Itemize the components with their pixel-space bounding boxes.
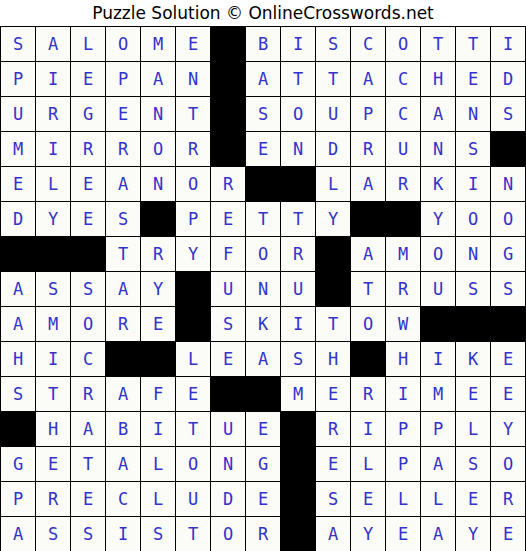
letter-cell: N — [456, 97, 490, 131]
letter-cell: A — [1, 517, 35, 551]
letter-cell: P — [106, 62, 140, 96]
letter-cell: A — [316, 517, 350, 551]
letter-cell: I — [386, 377, 420, 411]
letter-cell: Y — [351, 517, 385, 551]
letter-cell: R — [141, 237, 175, 271]
letter-cell: G — [246, 447, 280, 481]
letter-cell: S — [71, 517, 105, 551]
letter-cell: A — [106, 377, 140, 411]
letter-cell: S — [71, 272, 105, 306]
letter-cell: E — [491, 517, 525, 551]
letter-cell: S — [316, 482, 350, 516]
letter-cell: B — [106, 412, 140, 446]
letter-cell: U — [421, 272, 455, 306]
letter-cell: O — [141, 132, 175, 166]
letter-cell: S — [141, 517, 175, 551]
black-cell — [386, 202, 420, 236]
letter-cell: S — [316, 27, 350, 61]
black-cell — [281, 482, 315, 516]
letter-cell: L — [351, 447, 385, 481]
letter-cell: R — [246, 517, 280, 551]
letter-cell: E — [36, 447, 70, 481]
black-cell — [211, 62, 245, 96]
black-cell — [141, 202, 175, 236]
letter-cell: G — [491, 237, 525, 271]
letter-cell: R — [386, 167, 420, 201]
letter-cell: A — [36, 27, 70, 61]
letter-cell: E — [491, 342, 525, 376]
letter-cell: A — [71, 412, 105, 446]
letter-cell: E — [106, 97, 140, 131]
letter-cell: R — [106, 307, 140, 341]
letter-cell: I — [456, 167, 490, 201]
letter-cell: L — [421, 482, 455, 516]
letter-cell: O — [421, 237, 455, 271]
letter-cell: B — [246, 27, 280, 61]
letter-cell: U — [281, 272, 315, 306]
letter-cell: E — [246, 482, 280, 516]
letter-cell: T — [176, 97, 210, 131]
letter-cell: I — [106, 517, 140, 551]
letter-cell: A — [141, 62, 175, 96]
letter-cell: S — [36, 517, 70, 551]
letter-cell: K — [246, 307, 280, 341]
letter-cell: I — [36, 132, 70, 166]
letter-cell: Y — [456, 517, 490, 551]
letter-cell: N — [281, 132, 315, 166]
black-cell — [211, 132, 245, 166]
letter-cell: T — [176, 412, 210, 446]
letter-cell: I — [421, 342, 455, 376]
letter-cell: R — [386, 272, 420, 306]
letter-cell: R — [491, 482, 525, 516]
black-cell — [106, 342, 140, 376]
letter-cell: T — [281, 202, 315, 236]
letter-cell: T — [456, 27, 490, 61]
letter-cell: S — [456, 272, 490, 306]
letter-cell: N — [456, 237, 490, 271]
letter-cell: O — [351, 307, 385, 341]
letter-cell: E — [71, 167, 105, 201]
black-cell — [456, 307, 490, 341]
letter-cell: D — [491, 62, 525, 96]
page-title: Puzzle Solution © OnlineCrosswords.net — [92, 3, 434, 23]
letter-cell: I — [36, 62, 70, 96]
letter-cell: S — [211, 307, 245, 341]
letter-cell: S — [456, 447, 490, 481]
letter-cell: D — [316, 132, 350, 166]
puzzle-solution-page: Puzzle Solution © OnlineCrosswords.net S… — [0, 0, 526, 551]
letter-cell: U — [211, 272, 245, 306]
letter-cell: I — [281, 307, 315, 341]
letter-cell: R — [316, 412, 350, 446]
black-cell — [316, 237, 350, 271]
letter-cell: O — [456, 202, 490, 236]
letter-cell: L — [176, 342, 210, 376]
letter-cell: A — [351, 167, 385, 201]
letter-cell: E — [176, 27, 210, 61]
letter-cell: O — [491, 202, 525, 236]
letter-cell: L — [141, 447, 175, 481]
letter-cell: R — [211, 167, 245, 201]
letter-cell: O — [176, 447, 210, 481]
letter-cell: M — [141, 27, 175, 61]
letter-cell: O — [491, 447, 525, 481]
letter-cell: E — [456, 377, 490, 411]
letter-cell: Y — [176, 237, 210, 271]
black-cell — [36, 237, 70, 271]
letter-cell: M — [1, 132, 35, 166]
letter-cell: I — [36, 342, 70, 376]
letter-cell: M — [386, 237, 420, 271]
letter-cell: N — [141, 167, 175, 201]
letter-cell: H — [386, 342, 420, 376]
black-cell — [211, 97, 245, 131]
letter-cell: C — [351, 27, 385, 61]
letter-cell: E — [351, 482, 385, 516]
letter-cell: P — [1, 482, 35, 516]
letter-cell: P — [176, 202, 210, 236]
letter-cell: T — [351, 272, 385, 306]
letter-cell: O — [211, 517, 245, 551]
letter-cell: A — [106, 272, 140, 306]
letter-cell: W — [386, 307, 420, 341]
letter-cell: D — [211, 482, 245, 516]
black-cell — [351, 202, 385, 236]
letter-cell: L — [456, 412, 490, 446]
letter-cell: O — [386, 27, 420, 61]
letter-cell: E — [211, 342, 245, 376]
letter-cell: D — [1, 202, 35, 236]
letter-cell: S — [491, 97, 525, 131]
letter-cell: L — [316, 167, 350, 201]
letter-cell: U — [316, 97, 350, 131]
black-cell — [421, 307, 455, 341]
letter-cell: I — [141, 412, 175, 446]
letter-cell: S — [1, 377, 35, 411]
black-cell — [211, 27, 245, 61]
letter-cell: F — [141, 377, 175, 411]
letter-cell: S — [36, 272, 70, 306]
black-cell — [246, 377, 280, 411]
letter-cell: T — [316, 62, 350, 96]
black-cell — [71, 237, 105, 271]
letter-cell: O — [176, 167, 210, 201]
letter-cell: E — [491, 377, 525, 411]
letter-cell: I — [281, 27, 315, 61]
letter-cell: Y — [141, 272, 175, 306]
letter-cell: E — [246, 412, 280, 446]
title-bar: Puzzle Solution © OnlineCrosswords.net — [0, 0, 526, 26]
letter-cell: R — [176, 132, 210, 166]
letter-cell: K — [421, 167, 455, 201]
letter-cell: E — [71, 482, 105, 516]
letter-cell: R — [351, 377, 385, 411]
letter-cell: E — [316, 447, 350, 481]
letter-cell: E — [1, 167, 35, 201]
letter-cell: T — [176, 517, 210, 551]
letter-cell: O — [281, 97, 315, 131]
letter-cell: N — [176, 62, 210, 96]
letter-cell: A — [106, 167, 140, 201]
letter-cell: A — [246, 62, 280, 96]
letter-cell: A — [421, 517, 455, 551]
letter-cell: E — [386, 517, 420, 551]
black-cell — [351, 342, 385, 376]
letter-cell: A — [106, 447, 140, 481]
letter-cell: E — [211, 202, 245, 236]
letter-cell: R — [71, 377, 105, 411]
letter-cell: R — [106, 132, 140, 166]
letter-cell: C — [386, 97, 420, 131]
black-cell — [491, 132, 525, 166]
black-cell — [491, 307, 525, 341]
letter-cell: R — [36, 482, 70, 516]
letter-cell: Y — [421, 202, 455, 236]
letter-cell: Y — [36, 202, 70, 236]
letter-cell: N — [246, 272, 280, 306]
letter-cell: L — [36, 167, 70, 201]
letter-cell: A — [1, 272, 35, 306]
letter-cell: S — [281, 342, 315, 376]
letter-cell: E — [176, 377, 210, 411]
letter-cell: F — [211, 237, 245, 271]
letter-cell: M — [421, 377, 455, 411]
letter-cell: M — [281, 377, 315, 411]
letter-cell: S — [491, 272, 525, 306]
letter-cell: L — [141, 482, 175, 516]
letter-cell: O — [71, 307, 105, 341]
black-cell — [1, 237, 35, 271]
letter-cell: H — [1, 342, 35, 376]
letter-cell: E — [246, 132, 280, 166]
letter-cell: M — [36, 307, 70, 341]
letter-cell: P — [386, 447, 420, 481]
letter-cell: U — [176, 482, 210, 516]
letter-cell: T — [421, 27, 455, 61]
black-cell — [246, 167, 280, 201]
letter-cell: O — [246, 237, 280, 271]
black-cell — [281, 517, 315, 551]
letter-cell: H — [316, 342, 350, 376]
letter-cell: G — [71, 97, 105, 131]
letter-cell: A — [351, 237, 385, 271]
letter-cell: P — [386, 412, 420, 446]
black-cell — [281, 167, 315, 201]
letter-cell: R — [36, 97, 70, 131]
letter-cell: E — [456, 482, 490, 516]
letter-cell: Y — [316, 202, 350, 236]
letter-cell: E — [71, 62, 105, 96]
black-cell — [316, 272, 350, 306]
letter-cell: E — [141, 307, 175, 341]
letter-cell: T — [106, 237, 140, 271]
letter-cell: H — [36, 412, 70, 446]
black-cell — [1, 412, 35, 446]
letter-cell: C — [71, 342, 105, 376]
letter-cell: L — [71, 27, 105, 61]
letter-cell: N — [211, 447, 245, 481]
letter-cell: A — [421, 447, 455, 481]
letter-cell: R — [351, 132, 385, 166]
letter-cell: N — [141, 97, 175, 131]
crossword-grid: SALOMEBISCOTTIPIEPANATTACHEDURGENTSOUPCA… — [0, 26, 526, 551]
letter-cell: C — [386, 62, 420, 96]
letter-cell: P — [351, 97, 385, 131]
letter-cell: S — [106, 202, 140, 236]
black-cell — [281, 447, 315, 481]
letter-cell: P — [1, 62, 35, 96]
letter-cell: N — [491, 167, 525, 201]
black-cell — [176, 272, 210, 306]
letter-cell: E — [71, 202, 105, 236]
letter-cell: U — [1, 97, 35, 131]
letter-cell: H — [421, 62, 455, 96]
black-cell — [176, 307, 210, 341]
letter-cell: T — [36, 377, 70, 411]
letter-cell: S — [1, 27, 35, 61]
letter-cell: G — [1, 447, 35, 481]
letter-cell: I — [491, 27, 525, 61]
letter-cell: T — [316, 307, 350, 341]
black-cell — [281, 412, 315, 446]
letter-cell: K — [456, 342, 490, 376]
letter-cell: C — [106, 482, 140, 516]
letter-cell: S — [246, 97, 280, 131]
black-cell — [211, 377, 245, 411]
letter-cell: R — [281, 237, 315, 271]
letter-cell: T — [246, 202, 280, 236]
letter-cell: T — [71, 447, 105, 481]
letter-cell: L — [386, 482, 420, 516]
letter-cell: E — [316, 377, 350, 411]
letter-cell: O — [106, 27, 140, 61]
letter-cell: U — [211, 412, 245, 446]
letter-cell: R — [71, 132, 105, 166]
letter-cell: A — [1, 307, 35, 341]
letter-cell: U — [386, 132, 420, 166]
letter-cell: A — [351, 62, 385, 96]
letter-cell: A — [246, 342, 280, 376]
letter-cell: Y — [491, 412, 525, 446]
letter-cell: P — [421, 412, 455, 446]
letter-cell: N — [421, 132, 455, 166]
letter-cell: I — [351, 412, 385, 446]
letter-cell: S — [456, 132, 490, 166]
black-cell — [141, 342, 175, 376]
letter-cell: E — [456, 62, 490, 96]
letter-cell: T — [281, 62, 315, 96]
letter-cell: A — [421, 97, 455, 131]
